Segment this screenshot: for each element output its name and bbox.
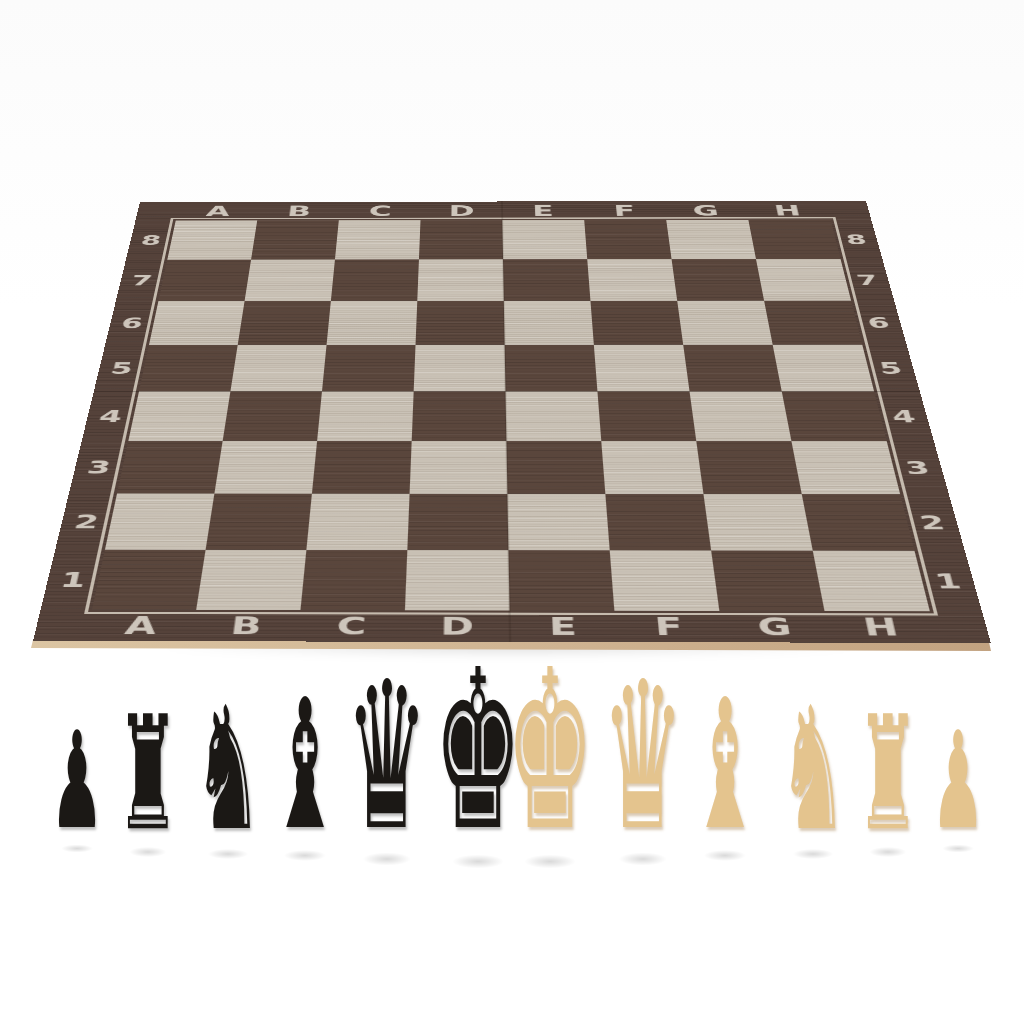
white-rook-piece: ♜: [856, 695, 919, 852]
black-pawn-piece: ♟: [50, 714, 104, 848]
white-pawn-piece: ♟: [931, 714, 985, 848]
black-rook-piece: ♜: [116, 695, 179, 852]
black-bishop-piece: ♝: [269, 676, 341, 855]
white-king-piece: ♚: [506, 641, 595, 861]
pieces-row: ♟♜♞♝♛♚♚♛♝♞♜♟: [0, 0, 1024, 1024]
white-knight-piece: ♞: [779, 684, 848, 854]
white-bishop-piece: ♝: [689, 676, 761, 855]
black-queen-piece: ♛: [346, 655, 428, 859]
product-photo-scene: ABCDEFGH ABCDEFGH 87654321 87654321 ♟♜♞♝…: [0, 0, 1024, 1024]
black-knight-piece: ♞: [194, 684, 263, 854]
white-queen-piece: ♛: [602, 655, 684, 859]
